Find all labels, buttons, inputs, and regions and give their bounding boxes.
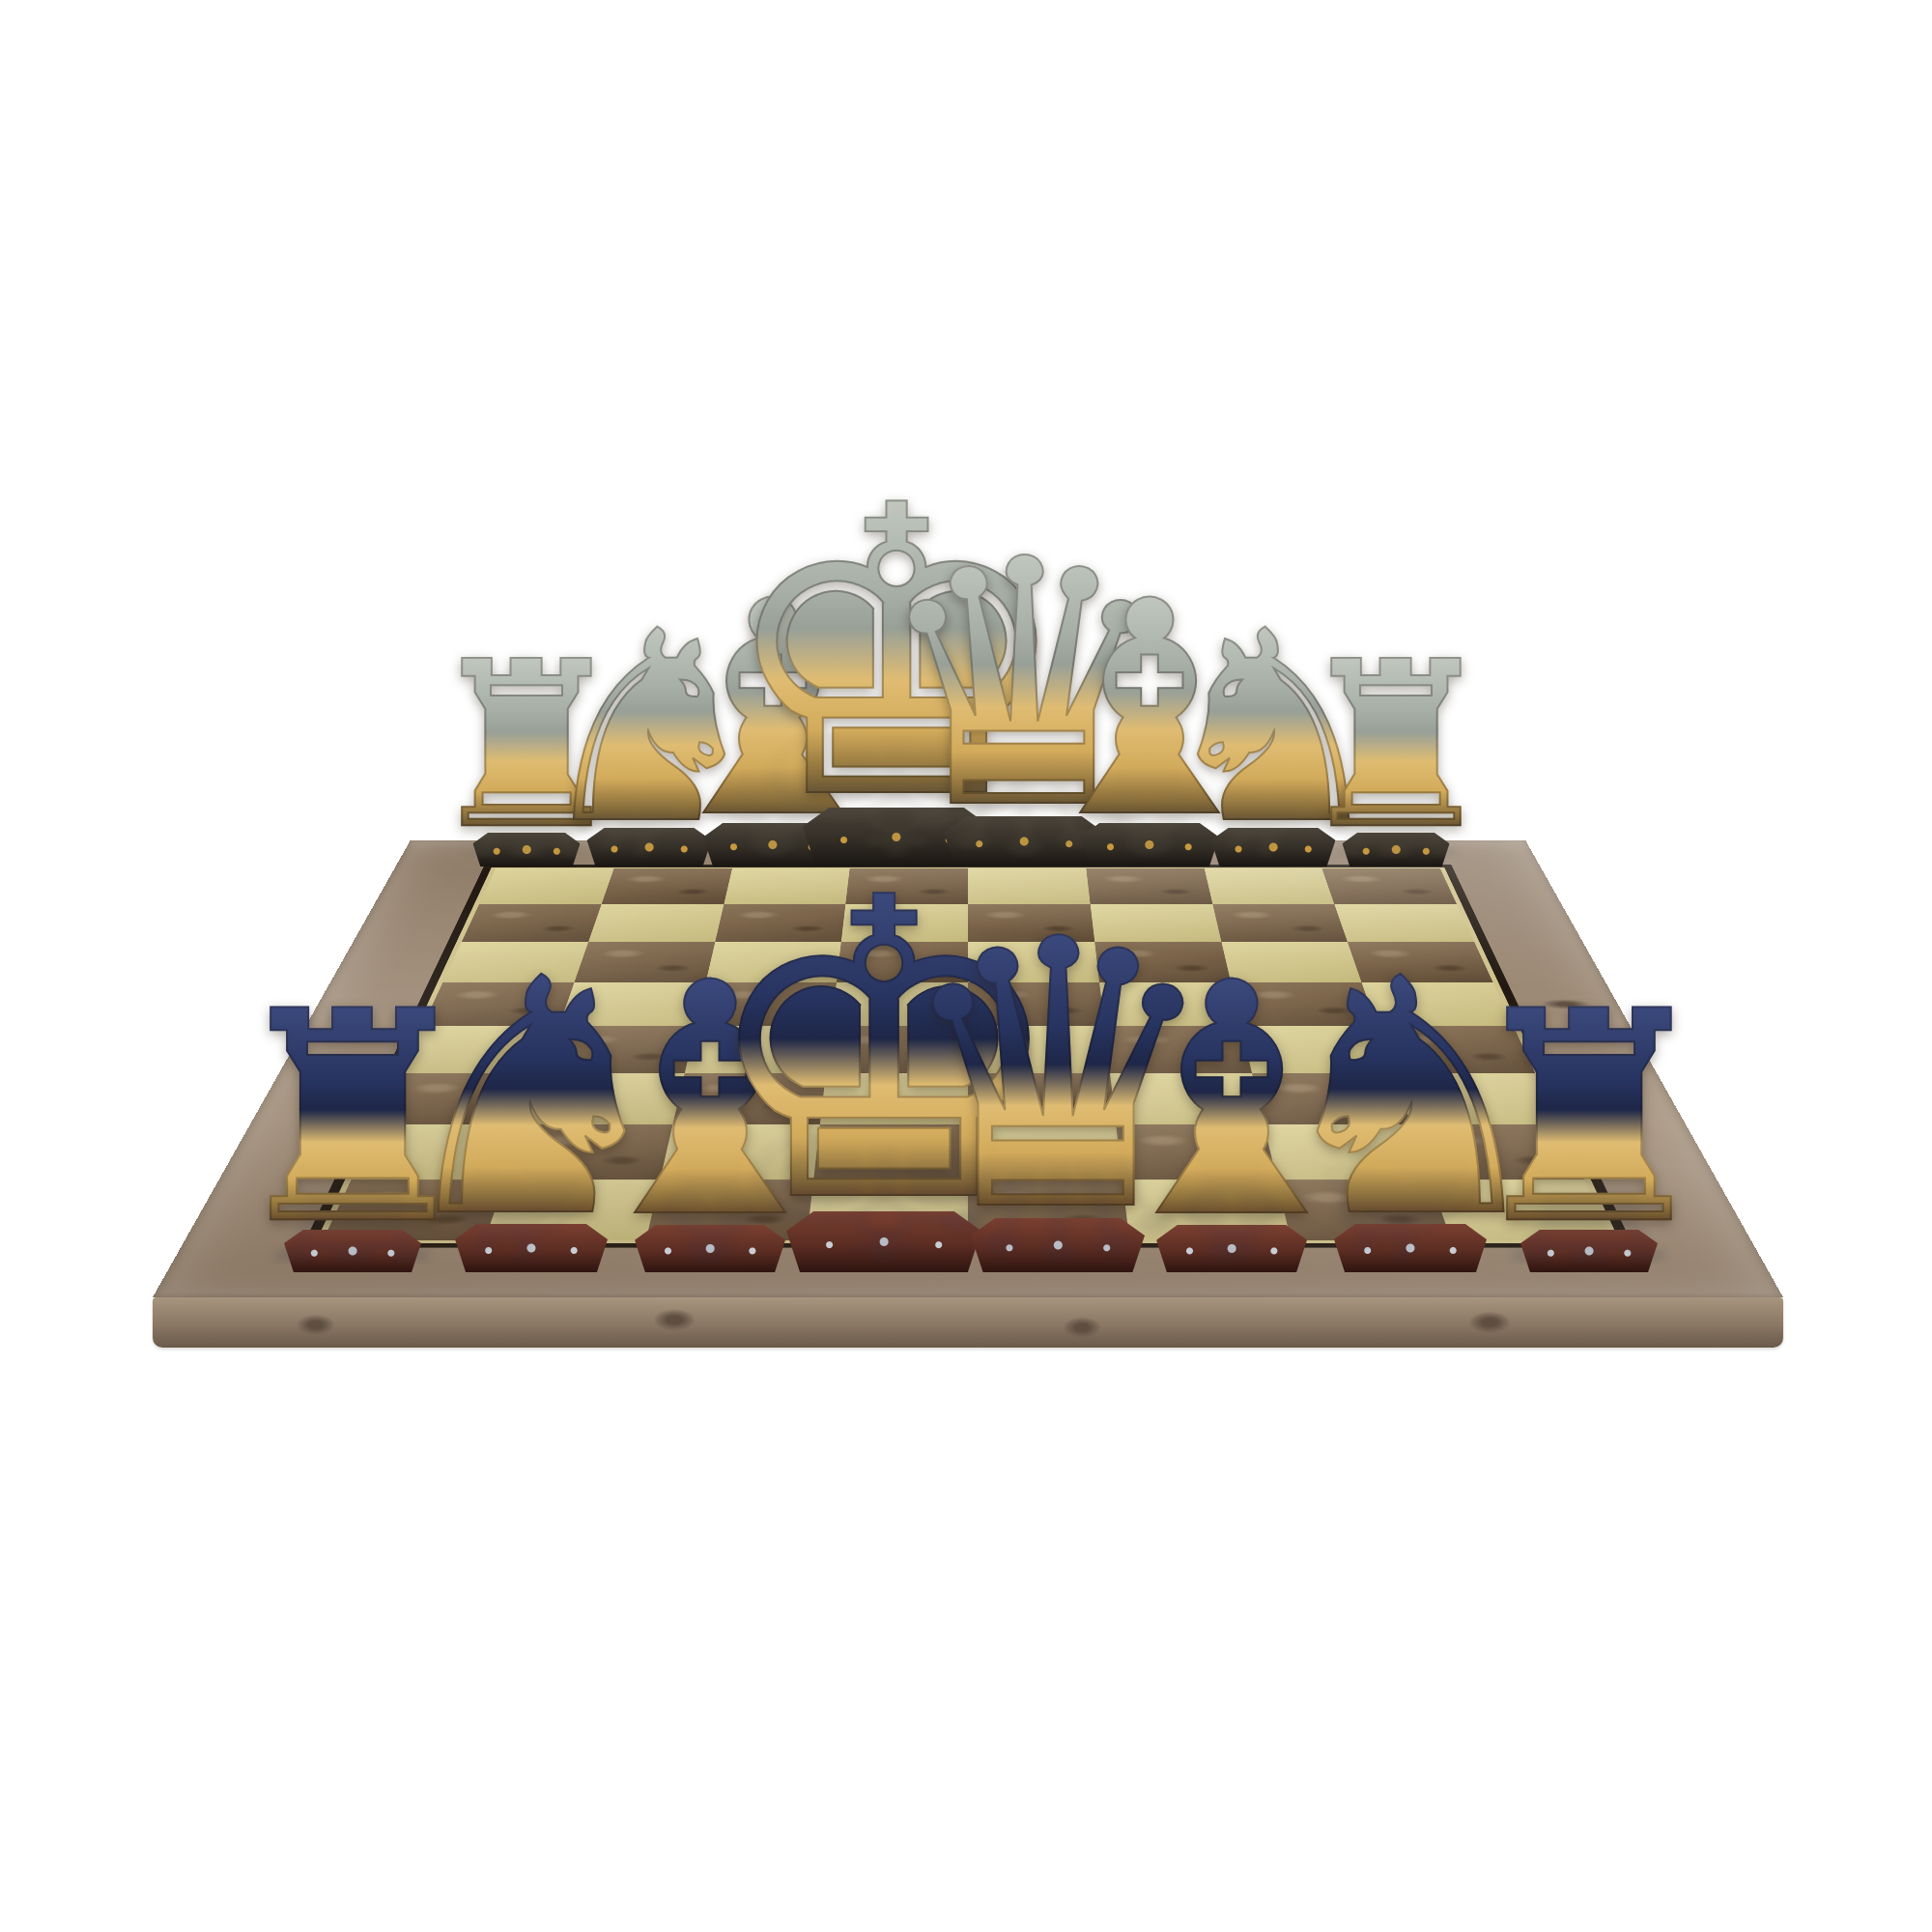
product-photo-stage: ♜♜♞♞♝♝♚♚♛♛♝♝♞♞♜♜♜♜♞♞♝♝♚♚♛♛♝♝♞♞♜♜ [0,0,1932,1932]
pieces-layer: ♜♜♞♞♝♝♚♚♛♛♝♝♞♞♜♜♜♜♞♞♝♝♚♚♛♛♝♝♞♞♜♜ [0,0,1932,1932]
piece-pedestal [1343,833,1450,867]
rook-glyph: ♜ [1293,655,1498,838]
confederate-rook-h8[interactable]: ♜ [1293,655,1498,867]
union-rook-h1[interactable]: ♜ [1459,1003,1719,1272]
rook-glyph: ♜ [1459,1003,1719,1236]
board-front-edge [153,1297,1783,1348]
piece-pedestal [1520,1230,1658,1272]
